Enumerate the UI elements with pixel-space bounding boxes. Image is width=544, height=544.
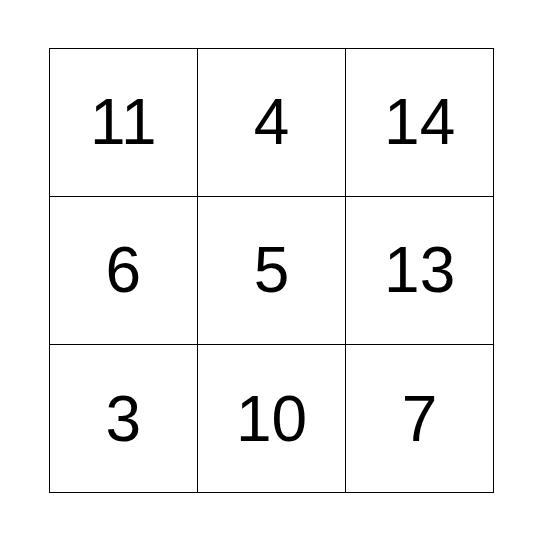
grid-cell-r1c1[interactable]: 5	[198, 197, 345, 344]
grid-cell-r1c0[interactable]: 6	[50, 197, 197, 344]
grid-cell-r2c0[interactable]: 3	[50, 345, 197, 492]
grid-cell-r0c2[interactable]: 14	[346, 49, 493, 196]
grid-cell-r1c2[interactable]: 13	[346, 197, 493, 344]
grid-cell-r0c0[interactable]: 11	[50, 49, 197, 196]
grid-cell-r0c1[interactable]: 4	[198, 49, 345, 196]
grid-cell-r2c1[interactable]: 10	[198, 345, 345, 492]
number-grid-board: 11 4 14 6 5 13 3 10 7	[49, 48, 494, 493]
page: 11 4 14 6 5 13 3 10 7	[0, 0, 544, 544]
grid-cell-r2c2[interactable]: 7	[346, 345, 493, 492]
